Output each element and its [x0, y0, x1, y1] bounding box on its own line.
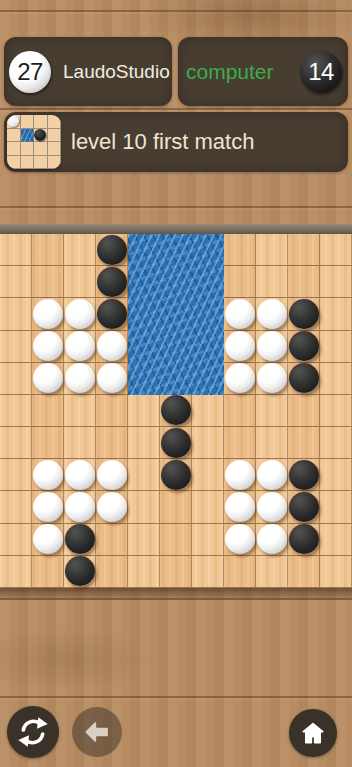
board-cell-2-9[interactable] — [288, 298, 320, 330]
mini-board-cell — [48, 142, 62, 156]
board-cell-8-0[interactable] — [0, 491, 32, 523]
board-cell-7-4[interactable] — [128, 459, 160, 491]
refresh-icon — [17, 716, 49, 748]
board-cell-8-10[interactable] — [320, 491, 352, 523]
board-cell-2-0[interactable] — [0, 298, 32, 330]
mini-board-cell — [48, 115, 62, 129]
mini-board-cell — [48, 129, 62, 143]
board-cell-5-7[interactable] — [224, 395, 256, 427]
board-cell-0-1[interactable] — [32, 234, 64, 266]
opponent-score: 14 — [308, 58, 334, 86]
board-cell-0-8[interactable] — [256, 234, 288, 266]
white-stone — [225, 460, 255, 490]
white-stone — [65, 299, 95, 329]
mini-board-cell — [21, 156, 35, 170]
board-cell-8-2[interactable] — [64, 491, 96, 523]
player-score: 27 — [17, 58, 43, 86]
board-cell-3-0[interactable] — [0, 331, 32, 363]
board-cell-8-4[interactable] — [128, 491, 160, 523]
white-stone — [65, 492, 95, 522]
board-cell-7-3[interactable] — [96, 459, 128, 491]
board-cell-0-7[interactable] — [224, 234, 256, 266]
white-stone — [257, 492, 287, 522]
game-board — [0, 234, 352, 588]
board-cell-7-6[interactable] — [192, 459, 224, 491]
board-cell-5-9[interactable] — [288, 395, 320, 427]
white-stone — [225, 492, 255, 522]
mini-board-cell — [21, 115, 35, 129]
white-stone — [225, 363, 255, 393]
board-cell-4-9[interactable] — [288, 363, 320, 395]
board-cell-5-4[interactable] — [128, 395, 160, 427]
black-stone — [289, 299, 319, 329]
board-cell-4-8[interactable] — [256, 363, 288, 395]
board-cell-3-2[interactable] — [64, 331, 96, 363]
black-stone — [289, 460, 319, 490]
white-stone — [257, 299, 287, 329]
mini-water-cell — [21, 129, 35, 143]
board-cell-1-9[interactable] — [288, 266, 320, 298]
board-cell-8-1[interactable] — [32, 491, 64, 523]
black-stone — [65, 556, 95, 586]
board-cell-0-10[interactable] — [320, 234, 352, 266]
mini-black-stone — [34, 129, 46, 141]
board-cell-3-7[interactable] — [224, 331, 256, 363]
board-cell-9-8[interactable] — [256, 524, 288, 556]
mini-board-cell — [34, 129, 48, 143]
board-cell-6-2[interactable] — [64, 427, 96, 459]
mini-board-cell — [7, 142, 21, 156]
board-cell-7-5[interactable] — [160, 459, 192, 491]
board-cell-5-10[interactable] — [320, 395, 352, 427]
board-cell-6-5[interactable] — [160, 427, 192, 459]
white-stone — [65, 363, 95, 393]
black-stone — [289, 331, 319, 361]
mini-board-cell — [48, 156, 62, 170]
game-screen: { "game": "reversi-othello-variant (11x1… — [0, 0, 352, 767]
board-cell-3-8[interactable] — [256, 331, 288, 363]
board-cell-10-9[interactable] — [288, 556, 320, 588]
white-stone — [33, 299, 63, 329]
board-cell-8-8[interactable] — [256, 491, 288, 523]
board-cell-1-0[interactable] — [0, 266, 32, 298]
mini-board-cell — [7, 115, 21, 129]
water-region — [128, 234, 224, 395]
board-cell-4-1[interactable] — [32, 363, 64, 395]
back-arrow-icon — [83, 718, 111, 746]
black-stone — [161, 395, 191, 425]
board-cell-6-10[interactable] — [320, 427, 352, 459]
board-cell-9-9[interactable] — [288, 524, 320, 556]
board-cell-1-2[interactable] — [64, 266, 96, 298]
board-cell-2-8[interactable] — [256, 298, 288, 330]
black-stone — [97, 299, 127, 329]
board-cell-2-7[interactable] — [224, 298, 256, 330]
black-stone — [161, 460, 191, 490]
white-stone — [97, 331, 127, 361]
white-stone — [225, 331, 255, 361]
board-cell-6-8[interactable] — [256, 427, 288, 459]
board-cell-8-5[interactable] — [160, 491, 192, 523]
board-cell-9-3[interactable] — [96, 524, 128, 556]
board-cell-0-9[interactable] — [288, 234, 320, 266]
board-cell-1-10[interactable] — [320, 266, 352, 298]
mini-white-stone — [7, 115, 19, 127]
board-cell-10-7[interactable] — [224, 556, 256, 588]
board-cell-3-10[interactable] — [320, 331, 352, 363]
white-stone — [97, 460, 127, 490]
opponent-name: computer — [186, 60, 300, 84]
board-cell-5-2[interactable] — [64, 395, 96, 427]
board-cell-10-0[interactable] — [0, 556, 32, 588]
white-stone — [257, 460, 287, 490]
board-cell-3-3[interactable] — [96, 331, 128, 363]
board-cell-0-3[interactable] — [96, 234, 128, 266]
board-cell-9-2[interactable] — [64, 524, 96, 556]
board-cell-3-9[interactable] — [288, 331, 320, 363]
restart-button[interactable] — [7, 706, 59, 758]
mini-board-cell — [34, 156, 48, 170]
opponent-score-panel: computer 14 — [178, 37, 348, 106]
board-cell-5-6[interactable] — [192, 395, 224, 427]
board-cell-8-3[interactable] — [96, 491, 128, 523]
board-cell-3-1[interactable] — [32, 331, 64, 363]
white-stone — [257, 524, 287, 554]
board-cell-2-2[interactable] — [64, 298, 96, 330]
white-stone — [33, 460, 63, 490]
board-cell-10-2[interactable] — [64, 556, 96, 588]
board-cell-1-8[interactable] — [256, 266, 288, 298]
board-cell-7-2[interactable] — [64, 459, 96, 491]
board-cell-5-5[interactable] — [160, 395, 192, 427]
board-cell-4-2[interactable] — [64, 363, 96, 395]
board-cell-6-1[interactable] — [32, 427, 64, 459]
opponent-black-disc-icon: 14 — [300, 51, 342, 93]
board-cell-10-8[interactable] — [256, 556, 288, 588]
board-cell-8-6[interactable] — [192, 491, 224, 523]
board-cell-4-3[interactable] — [96, 363, 128, 395]
white-stone — [33, 331, 63, 361]
mini-board-cell — [7, 129, 21, 143]
board-cell-4-7[interactable] — [224, 363, 256, 395]
board-cell-1-1[interactable] — [32, 266, 64, 298]
board-cell-5-0[interactable] — [0, 395, 32, 427]
board-cell-7-0[interactable] — [0, 459, 32, 491]
white-stone — [97, 363, 127, 393]
board-cell-2-10[interactable] — [320, 298, 352, 330]
level-banner-board-icon — [7, 115, 61, 169]
board-cell-9-1[interactable] — [32, 524, 64, 556]
board-cell-1-7[interactable] — [224, 266, 256, 298]
board-cell-2-1[interactable] — [32, 298, 64, 330]
white-stone — [257, 363, 287, 393]
black-stone — [289, 363, 319, 393]
mini-board-cell — [34, 115, 48, 129]
board-cell-9-4[interactable] — [128, 524, 160, 556]
board-cell-4-10[interactable] — [320, 363, 352, 395]
board-cell-10-3[interactable] — [96, 556, 128, 588]
board-bottom-shadow — [0, 588, 352, 602]
board-cell-9-6[interactable] — [192, 524, 224, 556]
black-stone — [97, 235, 127, 265]
board-cell-7-10[interactable] — [320, 459, 352, 491]
mini-board-cell — [7, 156, 21, 170]
home-icon — [300, 720, 326, 746]
board-cell-2-3[interactable] — [96, 298, 128, 330]
board-cell-10-10[interactable] — [320, 556, 352, 588]
board-cell-6-6[interactable] — [192, 427, 224, 459]
white-stone — [225, 299, 255, 329]
black-stone — [97, 267, 127, 297]
white-stone — [33, 492, 63, 522]
board-cell-4-0[interactable] — [0, 363, 32, 395]
board-cell-8-9[interactable] — [288, 491, 320, 523]
player-white-disc-icon: 27 — [9, 51, 51, 93]
white-stone — [65, 460, 95, 490]
board-cell-7-7[interactable] — [224, 459, 256, 491]
board-cell-7-9[interactable] — [288, 459, 320, 491]
player-score-panel: 27 LaudoStudio — [4, 37, 172, 106]
board-cell-6-7[interactable] — [224, 427, 256, 459]
mini-board-cell — [21, 142, 35, 156]
board-cell-10-6[interactable] — [192, 556, 224, 588]
board-cell-9-0[interactable] — [0, 524, 32, 556]
board-cell-10-5[interactable] — [160, 556, 192, 588]
white-stone — [257, 331, 287, 361]
home-button[interactable] — [289, 709, 337, 757]
mini-board-cell — [34, 142, 48, 156]
board-cell-10-4[interactable] — [128, 556, 160, 588]
board-cell-8-7[interactable] — [224, 491, 256, 523]
level-banner-text: level 10 first match — [71, 129, 254, 155]
white-stone — [225, 524, 255, 554]
black-stone — [289, 524, 319, 554]
board-cell-6-0[interactable] — [0, 427, 32, 459]
level-banner: level 10 first match — [4, 112, 348, 172]
board-cell-5-8[interactable] — [256, 395, 288, 427]
board-cell-7-8[interactable] — [256, 459, 288, 491]
black-stone — [289, 492, 319, 522]
undo-button[interactable] — [72, 707, 122, 757]
board-cell-0-2[interactable] — [64, 234, 96, 266]
board-top-edge — [0, 224, 352, 234]
board-cell-6-9[interactable] — [288, 427, 320, 459]
white-stone — [97, 492, 127, 522]
board-cell-5-3[interactable] — [96, 395, 128, 427]
black-stone — [161, 428, 191, 458]
board-cell-10-1[interactable] — [32, 556, 64, 588]
board-cell-9-5[interactable] — [160, 524, 192, 556]
board-cell-7-1[interactable] — [32, 459, 64, 491]
player-name: LaudoStudio — [63, 61, 170, 83]
board-cell-1-3[interactable] — [96, 266, 128, 298]
board-cell-6-4[interactable] — [128, 427, 160, 459]
white-stone — [33, 363, 63, 393]
board-cell-0-0[interactable] — [0, 234, 32, 266]
board-cell-6-3[interactable] — [96, 427, 128, 459]
white-stone — [33, 524, 63, 554]
board-cell-9-7[interactable] — [224, 524, 256, 556]
board-cell-5-1[interactable] — [32, 395, 64, 427]
white-stone — [65, 331, 95, 361]
board-cell-9-10[interactable] — [320, 524, 352, 556]
black-stone — [65, 524, 95, 554]
